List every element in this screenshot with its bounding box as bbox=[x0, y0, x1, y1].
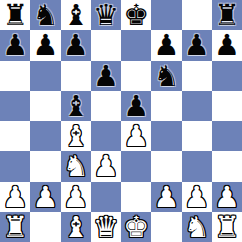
square-b4[interactable] bbox=[30, 121, 60, 151]
piece-black-bishop[interactable]: ♝ bbox=[63, 91, 89, 121]
piece-white-knight[interactable]: ♞ bbox=[184, 212, 210, 242]
square-a2[interactable]: ♟ bbox=[0, 182, 30, 212]
square-a7[interactable]: ♟ bbox=[0, 30, 30, 60]
square-h2[interactable]: ♟ bbox=[212, 182, 242, 212]
piece-black-pawn[interactable]: ♟ bbox=[123, 91, 149, 121]
piece-white-knight[interactable]: ♞ bbox=[63, 151, 89, 181]
square-d1[interactable]: ♛ bbox=[91, 212, 121, 242]
square-e5[interactable]: ♟ bbox=[121, 91, 151, 121]
piece-white-pawn[interactable]: ♟ bbox=[153, 182, 179, 212]
square-a3[interactable] bbox=[0, 151, 30, 181]
square-g7[interactable]: ♟ bbox=[182, 30, 212, 60]
square-e6[interactable] bbox=[121, 61, 151, 91]
square-g5[interactable] bbox=[182, 91, 212, 121]
square-h8[interactable]: ♜ bbox=[212, 0, 242, 30]
piece-black-pawn[interactable]: ♟ bbox=[63, 30, 89, 60]
square-h1[interactable]: ♜ bbox=[212, 212, 242, 242]
square-c4[interactable]: ♝ bbox=[61, 121, 91, 151]
piece-black-knight[interactable]: ♞ bbox=[153, 61, 179, 91]
square-a5[interactable] bbox=[0, 91, 30, 121]
piece-white-bishop[interactable]: ♝ bbox=[63, 121, 89, 151]
piece-black-pawn[interactable]: ♟ bbox=[184, 30, 210, 60]
piece-black-rook[interactable]: ♜ bbox=[214, 0, 240, 30]
square-c8[interactable]: ♝ bbox=[61, 0, 91, 30]
square-d6[interactable]: ♟ bbox=[91, 61, 121, 91]
square-b5[interactable] bbox=[30, 91, 60, 121]
piece-white-king[interactable]: ♚ bbox=[123, 212, 149, 242]
piece-white-queen[interactable]: ♛ bbox=[93, 212, 119, 242]
piece-black-pawn[interactable]: ♟ bbox=[153, 30, 179, 60]
square-f1[interactable] bbox=[151, 212, 181, 242]
square-b8[interactable]: ♞ bbox=[30, 0, 60, 30]
square-h6[interactable] bbox=[212, 61, 242, 91]
square-d8[interactable]: ♛ bbox=[91, 0, 121, 30]
square-a1[interactable]: ♜ bbox=[0, 212, 30, 242]
piece-black-rook[interactable]: ♜ bbox=[2, 0, 28, 30]
square-b7[interactable]: ♟ bbox=[30, 30, 60, 60]
piece-white-rook[interactable]: ♜ bbox=[2, 212, 28, 242]
piece-black-pawn[interactable]: ♟ bbox=[32, 30, 58, 60]
square-a4[interactable] bbox=[0, 121, 30, 151]
piece-white-pawn[interactable]: ♟ bbox=[93, 151, 119, 181]
square-e1[interactable]: ♚ bbox=[121, 212, 151, 242]
piece-white-pawn[interactable]: ♟ bbox=[2, 182, 28, 212]
square-d4[interactable] bbox=[91, 121, 121, 151]
square-c5[interactable]: ♝ bbox=[61, 91, 91, 121]
piece-white-bishop[interactable]: ♝ bbox=[63, 212, 89, 242]
piece-black-bishop[interactable]: ♝ bbox=[63, 0, 89, 30]
square-g3[interactable] bbox=[182, 151, 212, 181]
board-container: ♜♞♝♛♚♜♟♟♟♟♟♟♟♞♝♟♝♟♞♟♟♟♟♟♟♟♜♝♛♚♞♜ bbox=[0, 0, 242, 242]
square-a6[interactable] bbox=[0, 61, 30, 91]
piece-white-pawn[interactable]: ♟ bbox=[184, 182, 210, 212]
square-c7[interactable]: ♟ bbox=[61, 30, 91, 60]
square-f7[interactable]: ♟ bbox=[151, 30, 181, 60]
square-f2[interactable]: ♟ bbox=[151, 182, 181, 212]
piece-white-pawn[interactable]: ♟ bbox=[63, 182, 89, 212]
piece-white-pawn[interactable]: ♟ bbox=[214, 182, 240, 212]
piece-black-knight[interactable]: ♞ bbox=[32, 0, 58, 30]
square-e3[interactable] bbox=[121, 151, 151, 181]
square-e2[interactable] bbox=[121, 182, 151, 212]
square-e8[interactable]: ♚ bbox=[121, 0, 151, 30]
square-c2[interactable]: ♟ bbox=[61, 182, 91, 212]
square-f3[interactable] bbox=[151, 151, 181, 181]
square-b6[interactable] bbox=[30, 61, 60, 91]
square-e4[interactable]: ♟ bbox=[121, 121, 151, 151]
chess-board: ♜♞♝♛♚♜♟♟♟♟♟♟♟♞♝♟♝♟♞♟♟♟♟♟♟♟♜♝♛♚♞♜ bbox=[0, 0, 242, 242]
square-a8[interactable]: ♜ bbox=[0, 0, 30, 30]
square-h4[interactable] bbox=[212, 121, 242, 151]
square-d7[interactable] bbox=[91, 30, 121, 60]
square-d2[interactable] bbox=[91, 182, 121, 212]
piece-white-pawn[interactable]: ♟ bbox=[32, 182, 58, 212]
square-c6[interactable] bbox=[61, 61, 91, 91]
square-e7[interactable] bbox=[121, 30, 151, 60]
square-f5[interactable] bbox=[151, 91, 181, 121]
square-b1[interactable] bbox=[30, 212, 60, 242]
square-d3[interactable]: ♟ bbox=[91, 151, 121, 181]
square-h3[interactable] bbox=[212, 151, 242, 181]
square-c1[interactable]: ♝ bbox=[61, 212, 91, 242]
piece-black-pawn[interactable]: ♟ bbox=[214, 30, 240, 60]
square-b3[interactable] bbox=[30, 151, 60, 181]
piece-black-king[interactable]: ♚ bbox=[123, 0, 149, 30]
piece-white-rook[interactable]: ♜ bbox=[214, 212, 240, 242]
square-h5[interactable] bbox=[212, 91, 242, 121]
piece-black-pawn[interactable]: ♟ bbox=[93, 61, 119, 91]
square-g6[interactable] bbox=[182, 61, 212, 91]
piece-black-queen[interactable]: ♛ bbox=[93, 0, 119, 30]
piece-white-pawn[interactable]: ♟ bbox=[123, 121, 149, 151]
square-g4[interactable] bbox=[182, 121, 212, 151]
square-g1[interactable]: ♞ bbox=[182, 212, 212, 242]
square-f6[interactable]: ♞ bbox=[151, 61, 181, 91]
square-h7[interactable]: ♟ bbox=[212, 30, 242, 60]
piece-black-pawn[interactable]: ♟ bbox=[2, 30, 28, 60]
square-f8[interactable] bbox=[151, 0, 181, 30]
square-f4[interactable] bbox=[151, 121, 181, 151]
square-g8[interactable] bbox=[182, 0, 212, 30]
square-c3[interactable]: ♞ bbox=[61, 151, 91, 181]
square-b2[interactable]: ♟ bbox=[30, 182, 60, 212]
square-d5[interactable] bbox=[91, 91, 121, 121]
square-g2[interactable]: ♟ bbox=[182, 182, 212, 212]
